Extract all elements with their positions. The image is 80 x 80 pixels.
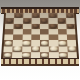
light-piece[interactable] [13,47,20,52]
light-piece[interactable] [5,41,12,45]
dark-piece[interactable] [67,24,74,28]
board-square[interactable] [58,52,67,58]
board-grid [1,13,79,58]
light-piece[interactable] [68,47,76,52]
dark-piece[interactable] [32,13,39,17]
dark-piece[interactable] [49,13,56,17]
dark-piece[interactable] [32,24,39,28]
light-piece[interactable] [41,41,48,45]
board-square[interactable] [3,52,13,58]
dark-piece[interactable] [15,13,22,17]
board-square[interactable] [12,52,21,58]
dark-piece[interactable] [6,19,13,23]
light-piece[interactable] [4,53,12,58]
light-piece[interactable] [50,47,57,52]
dark-piece[interactable] [58,19,65,23]
board-square[interactable] [22,52,31,58]
dark-piece[interactable] [50,24,57,28]
dark-piece[interactable] [24,19,31,23]
decorative-inlay-bottom [1,58,79,66]
dark-piece[interactable] [41,19,48,23]
light-piece[interactable] [32,47,39,52]
light-piece[interactable] [23,41,30,45]
dark-piece[interactable] [15,24,22,28]
board-square[interactable] [31,52,40,58]
light-piece[interactable] [59,41,66,45]
photo-scene [0,0,80,80]
checkers-board [1,7,79,66]
playing-area [1,14,79,58]
light-piece[interactable] [41,53,48,58]
light-piece[interactable] [59,53,67,58]
dark-piece[interactable] [66,13,73,17]
board-square[interactable] [49,52,58,58]
light-piece[interactable] [22,53,29,58]
board-square[interactable] [67,52,77,58]
board-square[interactable] [40,52,49,58]
